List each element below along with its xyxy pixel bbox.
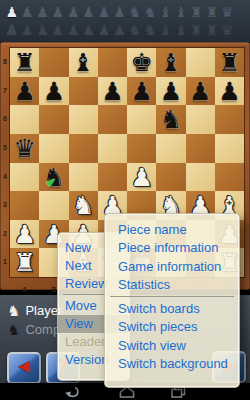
captured-slot-white-p: ♟ xyxy=(35,3,50,21)
rank-label-5: 5 xyxy=(0,134,10,163)
captured-slot-white-b: ♝ xyxy=(158,3,173,21)
captured-slot-white-p: ♟ xyxy=(4,3,19,21)
piece-black-p-f7[interactable]: ♟ xyxy=(156,77,185,106)
piece-black-b-f8[interactable]: ♝ xyxy=(156,48,185,77)
captured-slot-black-p: ♟ xyxy=(19,21,34,39)
captured-slot-black-p: ♟ xyxy=(81,21,96,39)
undo-button[interactable]: ◀ xyxy=(7,352,41,384)
view-menu-item-statistics[interactable]: Statistics xyxy=(105,276,239,294)
back-button[interactable] xyxy=(64,386,80,398)
piece-black-p-b7[interactable]: ♟ xyxy=(39,77,68,106)
rank-label-7: 7 xyxy=(0,77,10,106)
captured-slot-black-p: ♟ xyxy=(4,21,19,39)
piece-black-r-a8[interactable]: ♜ xyxy=(10,48,39,77)
black-knight-icon: ♞ xyxy=(7,321,20,339)
captured-slot-black-p: ♟ xyxy=(35,21,50,39)
rank-label-8: 8 xyxy=(0,48,10,77)
view-menu-separator xyxy=(110,296,234,297)
piece-black-p-e7[interactable]: ♟ xyxy=(127,77,156,106)
view-menu-item-game-information[interactable]: Game information xyxy=(105,258,239,276)
view-menu-item-piece-name[interactable]: Piece name xyxy=(105,221,239,239)
chess-app-screen: ♟♟♟♟♟♟♟♟♞♞♝♝♜♜♛ ♟♟♟♟♟♟♟♟♞♞♝♝♜♜♛ 87654321… xyxy=(0,0,250,400)
piece-black-q-a5[interactable]: ♛ xyxy=(10,134,39,163)
captured-slot-black-p: ♟ xyxy=(112,21,127,39)
captured-slot-white-p: ♟ xyxy=(96,3,111,21)
back-icon xyxy=(64,386,80,398)
captured-slot-black-n: ♞ xyxy=(143,21,158,39)
rank-label-6: 6 xyxy=(0,105,10,134)
file-label-A: A xyxy=(10,284,39,295)
player-row: ♞Player xyxy=(7,301,62,319)
rank-labels: 87654321 xyxy=(0,48,10,277)
captured-white-row: ♟♟♟♟♟♟♟♟♞♞♝♝♜♜♛ xyxy=(4,3,248,21)
captured-slot-white-r: ♜ xyxy=(204,3,219,21)
rank-label-1: 1 xyxy=(0,248,10,277)
captured-slot-black-p: ♟ xyxy=(66,21,81,39)
captured-slot-black-r: ♜ xyxy=(204,21,219,39)
view-menu-item-switch-boards[interactable]: Switch boards xyxy=(105,300,239,318)
rank-label-4: 4 xyxy=(0,163,10,192)
piece-black-p-g7[interactable]: ♟ xyxy=(186,77,215,106)
captured-slot-white-n: ♞ xyxy=(127,3,142,21)
captured-slot-black-q: ♛ xyxy=(219,21,234,39)
captured-slot-black-r: ♜ xyxy=(189,21,204,39)
piece-black-p-a7[interactable]: ♟ xyxy=(10,77,39,106)
piece-white-p-e4[interactable]: ♟ xyxy=(127,163,156,192)
captured-slot-white-p: ♟ xyxy=(19,3,34,21)
rank-label-2: 2 xyxy=(0,220,10,249)
captured-slot-black-b: ♝ xyxy=(158,21,173,39)
captured-slot-white-b: ♝ xyxy=(173,3,188,21)
view-menu-item-switch-view[interactable]: Switch view xyxy=(105,337,239,355)
piece-white-n-c3[interactable]: ♞ xyxy=(69,191,98,220)
captured-slot-black-n: ♞ xyxy=(127,21,142,39)
captured-slot-white-n: ♞ xyxy=(143,3,158,21)
piece-black-r-h8[interactable]: ♜ xyxy=(215,48,244,77)
piece-white-p-a2[interactable]: ♟ xyxy=(10,220,39,249)
captured-slot-white-p: ♟ xyxy=(81,3,96,21)
undo-arrow-icon: ◀ xyxy=(18,357,30,375)
captured-slot-white-r: ♜ xyxy=(189,3,204,21)
piece-white-r-a1[interactable]: ♜ xyxy=(10,248,39,277)
captured-slot-black-p: ♟ xyxy=(50,21,65,39)
rank-label-3: 3 xyxy=(0,191,10,220)
captured-slot-black-b: ♝ xyxy=(173,21,188,39)
white-knight-icon: ♞ xyxy=(7,302,20,320)
captured-slot-white-p: ♟ xyxy=(112,3,127,21)
captured-slot-black-p: ♟ xyxy=(96,21,111,39)
view-menu-item-switch-background[interactable]: Switch background xyxy=(105,355,239,373)
view-menu-item-switch-pieces[interactable]: Switch pieces xyxy=(105,318,239,336)
view-submenu-popup: Piece namePiece informationGame informat… xyxy=(104,213,240,388)
piece-black-n-f6[interactable]: ♞ xyxy=(156,105,185,134)
piece-black-k-e8[interactable]: ♚ xyxy=(127,48,156,77)
captured-slot-white-p: ♟ xyxy=(50,3,65,21)
view-menu-item-piece-information[interactable]: Piece information xyxy=(105,239,239,257)
piece-black-p-d7[interactable]: ♟ xyxy=(98,77,127,106)
piece-black-b-c8[interactable]: ♝ xyxy=(69,48,98,77)
piece-black-p-h7[interactable]: ♟ xyxy=(215,77,244,106)
captured-pieces-tray: ♟♟♟♟♟♟♟♟♞♞♝♝♜♜♛ ♟♟♟♟♟♟♟♟♞♞♝♝♜♜♛ xyxy=(0,0,250,42)
captured-black-row: ♟♟♟♟♟♟♟♟♞♞♝♝♜♜♛ xyxy=(4,21,248,39)
captured-slot-white-q: ♛ xyxy=(219,3,234,21)
captured-slot-white-p: ♟ xyxy=(66,3,81,21)
